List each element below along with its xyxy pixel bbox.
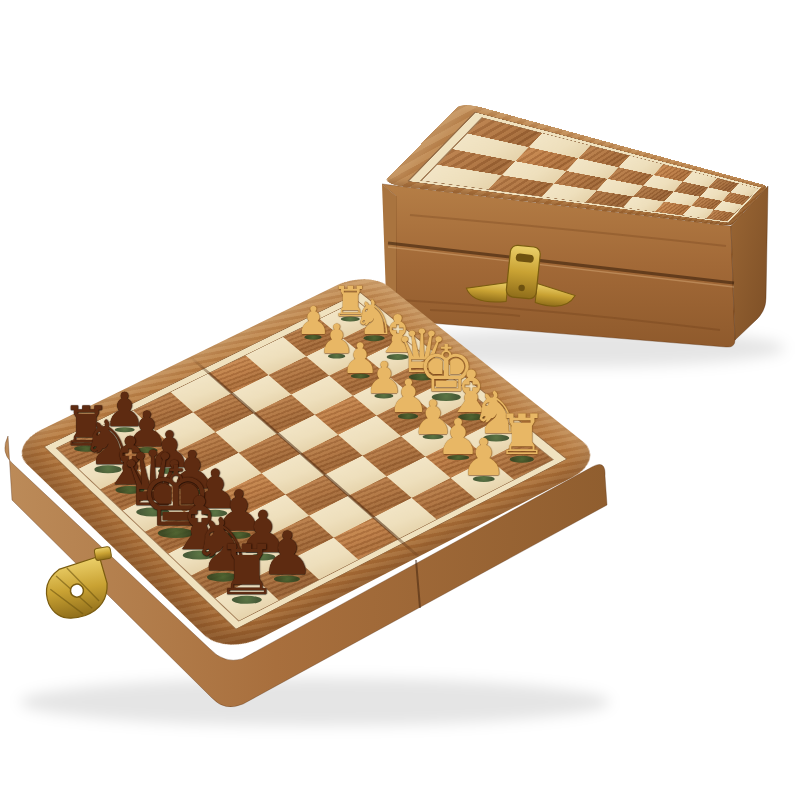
board-latch	[40, 546, 121, 622]
chess-set-product-photo: ♜♞♝♛♚♝♞♜♟♟♟♟♟♟♟♟♟♟♟♟♟♟♟♟♜♞♝♛♚♝♞♜	[0, 0, 800, 800]
box-clasp	[465, 240, 580, 310]
brass-hardware-overlay	[0, 0, 800, 800]
